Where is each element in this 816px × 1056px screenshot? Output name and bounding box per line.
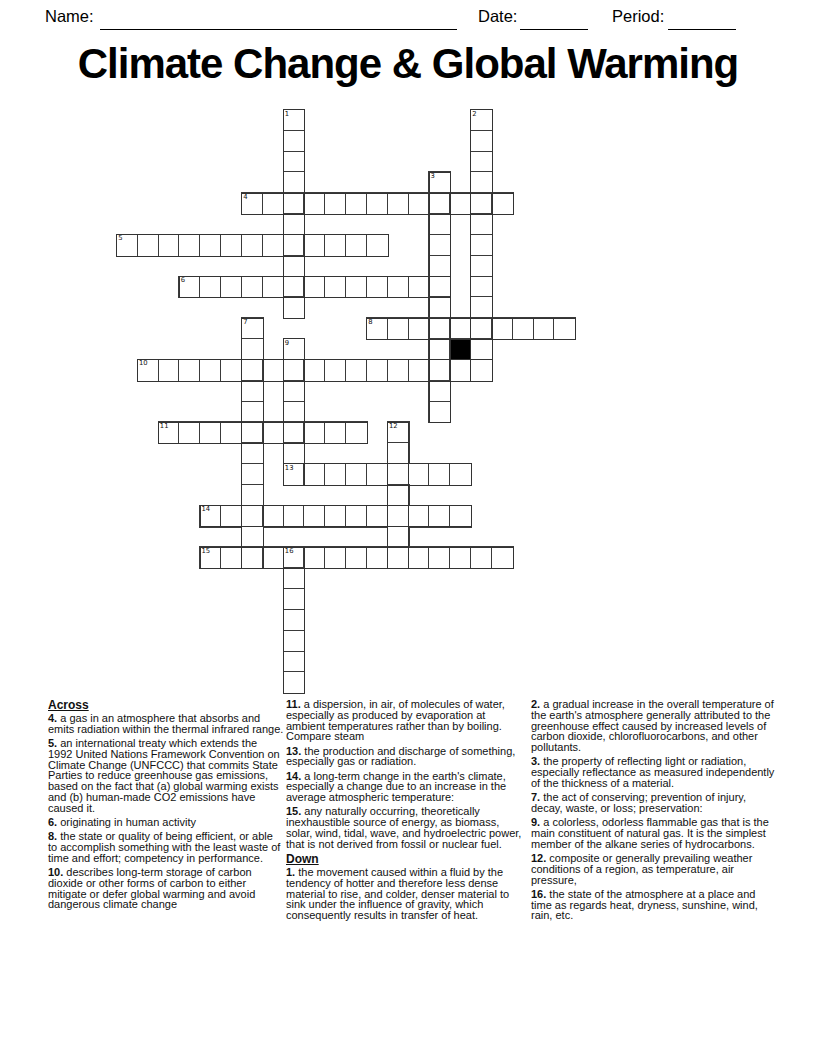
grid-cell-r26c8[interactable]: [284, 652, 305, 673]
grid-cell-r12c10[interactable]: [325, 360, 346, 381]
grid-cell-r19c11[interactable]: [346, 506, 367, 527]
grid-cell-r6c6[interactable]: [242, 235, 263, 256]
grid-cell-r21c13[interactable]: [388, 547, 409, 568]
grid-cell-r12c12[interactable]: [367, 360, 388, 381]
clue-number-10: 10: [139, 359, 148, 368]
clue-number-label: 15.: [286, 805, 304, 817]
clue-column-3: 2. a gradual increase in the overall tem…: [531, 699, 777, 924]
grid-cell-r3c8[interactable]: [284, 172, 305, 193]
grid-cell-r8c6[interactable]: [242, 277, 263, 298]
grid-cell-r15c5[interactable]: [221, 422, 242, 443]
name-label: Name:: [45, 7, 94, 26]
grid-cell-r2c8[interactable]: [284, 152, 305, 173]
clue-number-label: 4.: [48, 712, 60, 724]
grid-cell-r5c8[interactable]: [284, 214, 305, 235]
grid-cell-r1c8[interactable]: [284, 131, 305, 152]
clue-number-label: 1.: [286, 866, 298, 878]
grid-cell-r8c14[interactable]: [409, 277, 430, 298]
clue-1: 1. the movement caused within a fluid by…: [286, 867, 526, 921]
clue-13: 13. the production and discharge of some…: [286, 746, 526, 768]
grid-cell-r22c8[interactable]: [284, 568, 305, 589]
grid-cell-r12c3[interactable]: [179, 360, 200, 381]
grid-cell-r21c18[interactable]: [492, 547, 513, 568]
grid-cell-r16c8[interactable]: [284, 443, 305, 464]
clue-number-16: 16: [285, 547, 294, 556]
clue-number-label: 12.: [531, 852, 549, 864]
grid-cell-r11c17[interactable]: [471, 339, 492, 360]
grid-cell-r6c8[interactable]: [284, 235, 305, 256]
grid-cell-r19c15[interactable]: [429, 506, 450, 527]
grid-cell-r12c14[interactable]: [409, 360, 430, 381]
grid-cell-r15c4[interactable]: [200, 422, 221, 443]
grid-cell-r6c5[interactable]: [221, 235, 242, 256]
grid-cell-r13c8[interactable]: [284, 381, 305, 402]
across-header: Across: [48, 699, 284, 712]
grid-cell-r19c14[interactable]: [409, 506, 430, 527]
grid-cell-r11c6[interactable]: [242, 339, 263, 360]
clue-14: 14. a long-term change in the earth's cl…: [286, 771, 526, 803]
clue-number-7: 7: [243, 318, 247, 327]
clue-number-14: 14: [202, 505, 211, 514]
grid-cell-r10c6[interactable]: 7: [242, 318, 263, 339]
grid-cell-r4c9[interactable]: [304, 193, 325, 214]
grid-cell-r25c8[interactable]: [284, 631, 305, 652]
grid-cell-r8c13[interactable]: [388, 277, 409, 298]
grid-cell-r6c10[interactable]: [325, 235, 346, 256]
grid-cell-r19c7[interactable]: [263, 506, 284, 527]
grid-cell-r6c1[interactable]: [138, 235, 159, 256]
grid-cell-r10c18[interactable]: [492, 318, 513, 339]
grid-cell-r10c17[interactable]: [471, 318, 492, 339]
grid-cell-r17c10[interactable]: [325, 464, 346, 485]
period-blank-line[interactable]: [668, 10, 736, 30]
grid-cell-r8c17[interactable]: [471, 277, 492, 298]
grid-cell-r17c11[interactable]: [346, 464, 367, 485]
grid-cell-r4c13[interactable]: [388, 193, 409, 214]
grid-cell-r19c8[interactable]: [284, 506, 305, 527]
grid-cell-r3c15[interactable]: 3: [429, 172, 450, 193]
grid-cell-r12c7[interactable]: [263, 360, 284, 381]
grid-cell-r8c15[interactable]: [429, 277, 450, 298]
grid-cell-r8c10[interactable]: [325, 277, 346, 298]
clue-3: 3. the property of reflecting light or r…: [531, 756, 777, 788]
clue-number-12: 12: [389, 422, 398, 431]
grid-cell-r21c7[interactable]: [263, 547, 284, 568]
worksheet-page: Name: Date: Period: Climate Change & Glo…: [0, 0, 816, 1056]
clue-16: 16. the state of the atmosphere at a pla…: [531, 889, 777, 921]
clue-number-label: 6.: [48, 816, 60, 828]
grid-cell-r4c8[interactable]: [284, 193, 305, 214]
date-label: Date:: [478, 7, 517, 26]
grid-cell-r6c4[interactable]: [200, 235, 221, 256]
grid-cell-r4c6[interactable]: 4: [242, 193, 263, 214]
name-blank-line[interactable]: [100, 10, 457, 30]
grid-cell-r12c9[interactable]: [304, 360, 325, 381]
grid-cell-r21c14[interactable]: [409, 547, 430, 568]
grid-cell-r15c2[interactable]: 11: [159, 422, 180, 443]
grid-cell-r18c13[interactable]: [388, 485, 409, 506]
grid-cell-r17c8[interactable]: 13: [284, 464, 305, 485]
grid-cell-r6c9[interactable]: [304, 235, 325, 256]
puzzle-title: Climate Change & Global Warming: [0, 40, 816, 88]
grid-cell-r12c11[interactable]: [346, 360, 367, 381]
grid-cell-r15c7[interactable]: [263, 422, 284, 443]
grid-cell-r17c9[interactable]: [304, 464, 325, 485]
grid-cell-r14c15[interactable]: [429, 402, 450, 423]
grid-cell-r19c6[interactable]: [242, 506, 263, 527]
clue-15: 15. any naturally occurring, theoretical…: [286, 806, 526, 849]
grid-cell-r9c8[interactable]: [284, 297, 305, 318]
grid-cell-r0c17[interactable]: 2: [471, 110, 492, 131]
clue-number-11: 11: [160, 422, 169, 431]
grid-cell-r4c11[interactable]: [346, 193, 367, 214]
grid-cell-r21c11[interactable]: [346, 547, 367, 568]
grid-cell-r7c15[interactable]: [429, 256, 450, 277]
grid-cell-r4c17[interactable]: [471, 193, 492, 214]
grid-cell-r15c6[interactable]: [242, 422, 263, 443]
clue-2: 2. a gradual increase in the overall tem…: [531, 699, 777, 753]
grid-cell-r19c4[interactable]: 14: [200, 506, 221, 527]
grid-cell-r5c15[interactable]: [429, 214, 450, 235]
grid-cell-r2c17[interactable]: [471, 152, 492, 173]
clue-number-2: 2: [472, 110, 476, 119]
grid-cell-r9c15[interactable]: [429, 297, 450, 318]
grid-cell-r17c12[interactable]: [367, 464, 388, 485]
grid-cell-r4c10[interactable]: [325, 193, 346, 214]
grid-cell-r18c6[interactable]: [242, 485, 263, 506]
grid-cell-r7c8[interactable]: [284, 256, 305, 277]
grid-cell-r19c5[interactable]: [221, 506, 242, 527]
clue-5: 5. an international treaty which extends…: [48, 738, 284, 814]
clue-column-2: 11. a dispersion, in air, of molecules o…: [286, 699, 526, 924]
grid-cell-r8c12[interactable]: [367, 277, 388, 298]
grid-cell-r10c14[interactable]: [409, 318, 430, 339]
grid-cell-r8c9[interactable]: [304, 277, 325, 298]
clue-number-label: 14.: [286, 770, 304, 782]
grid-cell-r24c8[interactable]: [284, 610, 305, 631]
clue-number-4: 4: [243, 193, 247, 202]
grid-cell-r21c9[interactable]: [304, 547, 325, 568]
grid-cell-r5c17[interactable]: [471, 214, 492, 235]
grid-cell-r8c5[interactable]: [221, 277, 242, 298]
grid-cell-r19c12[interactable]: [367, 506, 388, 527]
grid-cell-r17c15[interactable]: [429, 464, 450, 485]
grid-cell-r6c2[interactable]: [159, 235, 180, 256]
clue-9: 9. a colorless, odorless flammable gas t…: [531, 817, 777, 849]
clue-number-label: 13.: [286, 745, 304, 757]
grid-cell-r20c6[interactable]: [242, 527, 263, 548]
clue-number-3: 3: [431, 172, 435, 181]
grid-cell-r3c17[interactable]: [471, 172, 492, 193]
grid-cell-r10c15[interactable]: [429, 318, 450, 339]
grid-cell-r8c11[interactable]: [346, 277, 367, 298]
grid-cell-r17c6[interactable]: [242, 464, 263, 485]
grid-cell-r10c13[interactable]: [388, 318, 409, 339]
period-label: Period:: [612, 7, 664, 26]
grid-cell-r1c17[interactable]: [471, 131, 492, 152]
grid-cell-r19c9[interactable]: [304, 506, 325, 527]
grid-cell-r4c14[interactable]: [409, 193, 430, 214]
clue-number-5: 5: [118, 234, 122, 243]
grid-cell-r15c3[interactable]: [179, 422, 200, 443]
clue-8: 8. the state or quality of being efficie…: [48, 831, 284, 863]
clue-number-label: 9.: [531, 816, 543, 828]
grid-cell-r27c8[interactable]: [284, 672, 305, 693]
clue-number-label: 16.: [531, 888, 549, 900]
grid-cell-r4c18[interactable]: [492, 193, 513, 214]
grid-cell-r6c17[interactable]: [471, 235, 492, 256]
grid-cell-r17c16[interactable]: [450, 464, 471, 485]
grid-cell-r12c17[interactable]: [471, 360, 492, 381]
grid-cell-r6c11[interactable]: [346, 235, 367, 256]
grid-cell-r4c15[interactable]: [429, 193, 450, 214]
grid-cell-r16c13[interactable]: [388, 443, 409, 464]
clue-number-label: 7.: [531, 791, 543, 803]
clue-12: 12. composite or generally prevailing we…: [531, 853, 777, 885]
clue-6: 6. originating in human activity: [48, 817, 284, 828]
grid-cell-r21c12[interactable]: [367, 547, 388, 568]
clue-number-15: 15: [202, 547, 211, 556]
grid-cell-r23c8[interactable]: [284, 589, 305, 610]
grid-cell-r11c8[interactable]: 9: [284, 339, 305, 360]
clue-number-8: 8: [368, 318, 372, 327]
grid-cell-r6c7[interactable]: [263, 235, 284, 256]
grid-cell-r12c6[interactable]: [242, 360, 263, 381]
grid-cell-r14c6[interactable]: [242, 402, 263, 423]
grid-cell-r15c10[interactable]: [325, 422, 346, 443]
clue-7: 7. the act of conserving; prevention of …: [531, 792, 777, 814]
clue-number-13: 13: [285, 464, 294, 473]
grid-cell-r11c15[interactable]: [429, 339, 450, 360]
grid-cell-r6c12[interactable]: [367, 235, 388, 256]
grid-cell-r21c4[interactable]: 15: [200, 547, 221, 568]
grid-cell-r4c7[interactable]: [263, 193, 284, 214]
grid-cell-r15c8[interactable]: [284, 422, 305, 443]
grid-cell-r20c13[interactable]: [388, 527, 409, 548]
grid-cell-r10c20[interactable]: [534, 318, 555, 339]
grid-cell-r15c11[interactable]: [346, 422, 367, 443]
grid-cell-r12c2[interactable]: [159, 360, 180, 381]
grid-cell-r21c10[interactable]: [325, 547, 346, 568]
grid-cell-r15c9[interactable]: [304, 422, 325, 443]
down-header: Down: [286, 853, 526, 866]
grid-cell-r14c8[interactable]: [284, 402, 305, 423]
grid-cell-r21c6[interactable]: [242, 547, 263, 568]
grid-cell-r17c14[interactable]: [409, 464, 430, 485]
grid-cell-r8c7[interactable]: [263, 277, 284, 298]
grid-cell-r10c12[interactable]: 8: [367, 318, 388, 339]
clue-number-1: 1: [285, 110, 289, 119]
clue-number-6: 6: [181, 276, 185, 285]
grid-cell-r15c13[interactable]: 12: [388, 422, 409, 443]
grid-cell-r12c15[interactable]: [429, 360, 450, 381]
grid-cell-r12c5[interactable]: [221, 360, 242, 381]
grid-cell-r12c8[interactable]: [284, 360, 305, 381]
grid-cell-r10c21[interactable]: [554, 318, 575, 339]
grid-cell-r13c15[interactable]: [429, 381, 450, 402]
grid-cell-r12c16[interactable]: [450, 360, 471, 381]
grid-cell-r19c13[interactable]: [388, 506, 409, 527]
grid-cell-r8c4[interactable]: [200, 277, 221, 298]
clue-11: 11. a dispersion, in air, of molecules o…: [286, 699, 526, 742]
grid-cell-r8c8[interactable]: [284, 277, 305, 298]
clue-number-label: 2.: [531, 698, 543, 710]
grid-cell-r21c15[interactable]: [429, 547, 450, 568]
grid-cell-r7c17[interactable]: [471, 256, 492, 277]
grid-cell-r16c6[interactable]: [242, 443, 263, 464]
clue-10: 10. describes long-term storage of carbo…: [48, 867, 284, 910]
grid-cell-r0c8[interactable]: 1: [284, 110, 305, 131]
grid-cell-r6c15[interactable]: [429, 235, 450, 256]
grid-cell-r12c1[interactable]: 10: [138, 360, 159, 381]
grid-cell-r10c19[interactable]: [513, 318, 534, 339]
grid-cell-r10c16[interactable]: [450, 318, 471, 339]
clue-number-label: 3.: [531, 755, 543, 767]
clue-number-label: 8.: [48, 830, 60, 842]
blocked-cell: [450, 339, 471, 360]
grid-cell-r8c3[interactable]: 6: [179, 277, 200, 298]
clue-number-label: 10.: [48, 866, 66, 878]
grid-cell-r21c8[interactable]: 16: [284, 547, 305, 568]
clue-number-label: 11.: [286, 698, 304, 710]
grid-cell-r12c4[interactable]: [200, 360, 221, 381]
grid-cell-r21c16[interactable]: [450, 547, 471, 568]
grid-cell-r4c16[interactable]: [450, 193, 471, 214]
grid-cell-r17c13[interactable]: [388, 464, 409, 485]
grid-cell-r6c0[interactable]: 5: [117, 235, 138, 256]
grid-cell-r19c10[interactable]: [325, 506, 346, 527]
grid-cell-r21c5[interactable]: [221, 547, 242, 568]
grid-cell-r6c3[interactable]: [179, 235, 200, 256]
grid-cell-r4c12[interactable]: [367, 193, 388, 214]
grid-cell-r12c13[interactable]: [388, 360, 409, 381]
clue-column-1: Across4. a gas in an atmosphere that abs…: [48, 699, 284, 914]
clue-number-9: 9: [285, 339, 289, 348]
grid-cell-r13c6[interactable]: [242, 381, 263, 402]
grid-cell-r19c16[interactable]: [450, 506, 471, 527]
clue-4: 4. a gas in an atmosphere that absorbs a…: [48, 713, 284, 735]
crossword-grid: 12345678910111213141516: [117, 110, 575, 693]
date-blank-line[interactable]: [520, 10, 588, 30]
clue-number-label: 5.: [48, 737, 60, 749]
grid-cell-r9c17[interactable]: [471, 297, 492, 318]
grid-cell-r21c17[interactable]: [471, 547, 492, 568]
